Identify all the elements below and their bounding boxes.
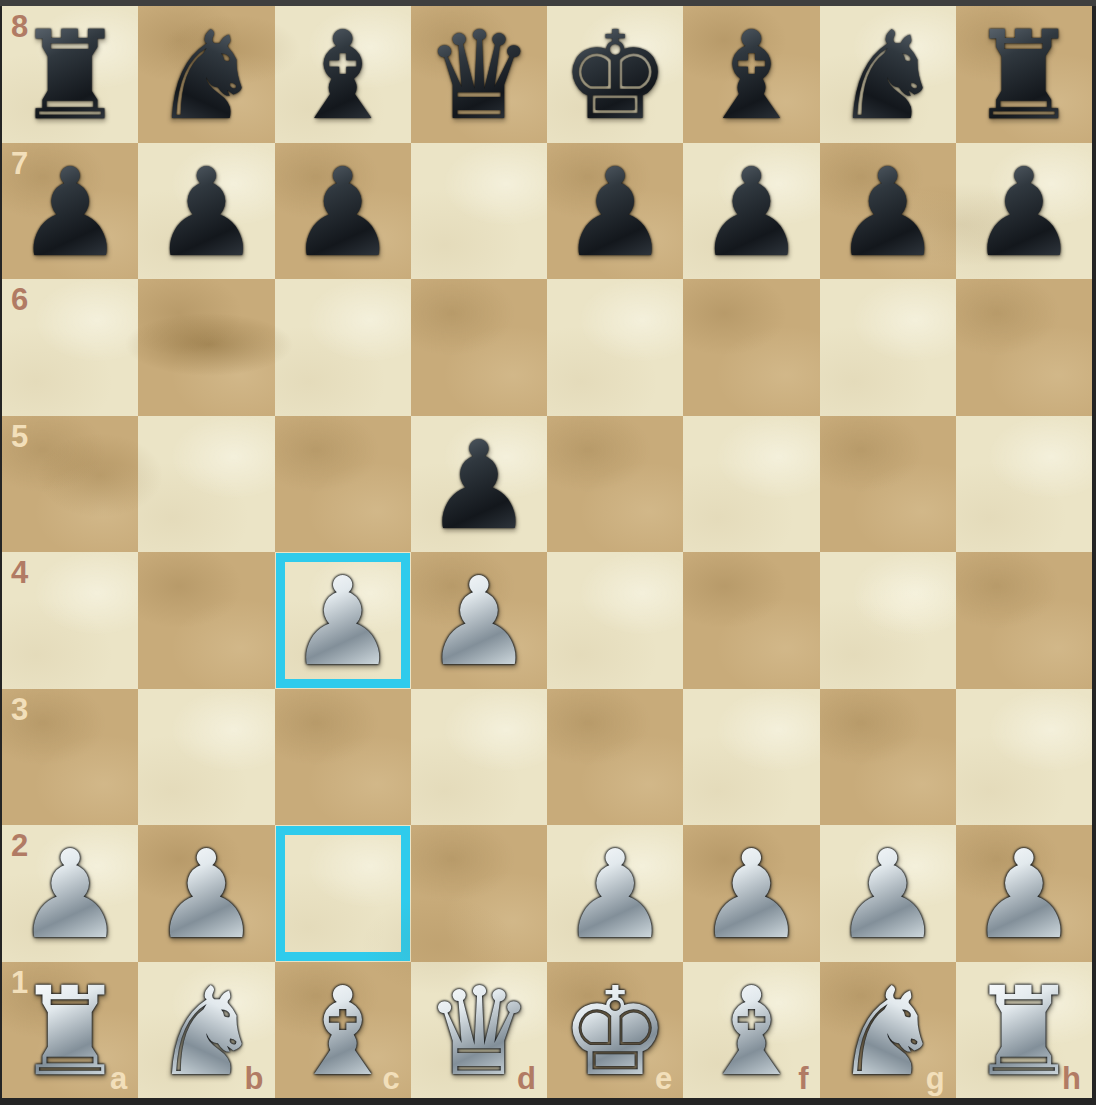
square-b1[interactable]: b♞: [138, 962, 274, 1099]
square-f7[interactable]: ♟: [683, 143, 819, 280]
square-f2[interactable]: ♟: [683, 825, 819, 962]
square-e1[interactable]: e♚: [547, 962, 683, 1099]
piece-black-pawn[interactable]: ♟: [152, 152, 261, 274]
square-b8[interactable]: ♞: [138, 6, 274, 143]
square-c5[interactable]: [275, 416, 411, 553]
square-b4[interactable]: [138, 552, 274, 689]
piece-white-pawn[interactable]: ♟: [424, 561, 533, 683]
square-b3[interactable]: [138, 689, 274, 826]
piece-black-rook[interactable]: ♜: [969, 15, 1078, 137]
piece-black-pawn[interactable]: ♟: [424, 425, 533, 547]
square-c8[interactable]: ♝: [275, 6, 411, 143]
piece-black-pawn[interactable]: ♟: [697, 152, 806, 274]
piece-white-pawn[interactable]: ♟: [969, 834, 1078, 956]
square-g3[interactable]: [820, 689, 956, 826]
square-d1[interactable]: d♛: [411, 962, 547, 1099]
square-d2[interactable]: [411, 825, 547, 962]
square-h2[interactable]: ♟: [956, 825, 1092, 962]
square-g2[interactable]: ♟: [820, 825, 956, 962]
square-a2[interactable]: 2♟: [2, 825, 138, 962]
square-h8[interactable]: ♜: [956, 6, 1092, 143]
piece-white-pawn[interactable]: ♟: [560, 834, 669, 956]
piece-white-bishop[interactable]: ♝: [697, 971, 806, 1093]
square-f8[interactable]: ♝: [683, 6, 819, 143]
square-a3[interactable]: 3: [2, 689, 138, 826]
piece-white-rook[interactable]: ♜: [969, 971, 1078, 1093]
piece-white-knight[interactable]: ♞: [152, 971, 261, 1093]
piece-white-king[interactable]: ♚: [560, 971, 669, 1093]
square-c1[interactable]: c♝: [275, 962, 411, 1099]
square-g5[interactable]: [820, 416, 956, 553]
rank-label-5: 5: [11, 419, 28, 455]
rank-label-3: 3: [11, 692, 28, 728]
square-b5[interactable]: [138, 416, 274, 553]
piece-white-pawn[interactable]: ♟: [697, 834, 806, 956]
piece-black-pawn[interactable]: ♟: [833, 152, 942, 274]
square-h1[interactable]: h♜: [956, 962, 1092, 1099]
piece-white-pawn[interactable]: ♟: [833, 834, 942, 956]
square-f4[interactable]: [683, 552, 819, 689]
piece-white-bishop[interactable]: ♝: [288, 971, 397, 1093]
piece-black-pawn[interactable]: ♟: [560, 152, 669, 274]
piece-black-queen[interactable]: ♛: [424, 15, 533, 137]
piece-white-pawn[interactable]: ♟: [15, 834, 124, 956]
square-h7[interactable]: ♟: [956, 143, 1092, 280]
square-f6[interactable]: [683, 279, 819, 416]
square-g8[interactable]: ♞: [820, 6, 956, 143]
square-a6[interactable]: 6: [2, 279, 138, 416]
piece-black-pawn[interactable]: ♟: [15, 152, 124, 274]
square-h4[interactable]: [956, 552, 1092, 689]
chess-app: 8♜♞♝♛♚♝♞♜7♟♟♟♟♟♟♟65♟4♟♟32♟♟♟♟♟♟1a♜b♞c♝d♛…: [0, 0, 1096, 1105]
piece-white-queen[interactable]: ♛: [424, 971, 533, 1093]
square-g4[interactable]: [820, 552, 956, 689]
piece-black-knight[interactable]: ♞: [833, 15, 942, 137]
piece-black-king[interactable]: ♚: [560, 15, 669, 137]
square-d6[interactable]: [411, 279, 547, 416]
square-f3[interactable]: [683, 689, 819, 826]
chess-board: 8♜♞♝♛♚♝♞♜7♟♟♟♟♟♟♟65♟4♟♟32♟♟♟♟♟♟1a♜b♞c♝d♛…: [2, 6, 1092, 1098]
square-e6[interactable]: [547, 279, 683, 416]
piece-black-rook[interactable]: ♜: [15, 15, 124, 137]
piece-white-knight[interactable]: ♞: [833, 971, 942, 1093]
square-c2[interactable]: [275, 825, 411, 962]
square-a5[interactable]: 5: [2, 416, 138, 553]
square-d8[interactable]: ♛: [411, 6, 547, 143]
square-e2[interactable]: ♟: [547, 825, 683, 962]
piece-black-bishop[interactable]: ♝: [288, 15, 397, 137]
square-g1[interactable]: g♞: [820, 962, 956, 1099]
square-d7[interactable]: [411, 143, 547, 280]
square-d3[interactable]: [411, 689, 547, 826]
piece-white-pawn[interactable]: ♟: [152, 834, 261, 956]
square-h3[interactable]: [956, 689, 1092, 826]
square-h5[interactable]: [956, 416, 1092, 553]
square-e5[interactable]: [547, 416, 683, 553]
piece-white-rook[interactable]: ♜: [15, 971, 124, 1093]
square-f1[interactable]: f♝: [683, 962, 819, 1099]
rank-label-6: 6: [11, 282, 28, 318]
square-b7[interactable]: ♟: [138, 143, 274, 280]
square-a1[interactable]: 1a♜: [2, 962, 138, 1099]
piece-black-bishop[interactable]: ♝: [697, 15, 806, 137]
square-c3[interactable]: [275, 689, 411, 826]
square-c4[interactable]: ♟: [275, 552, 411, 689]
square-e4[interactable]: [547, 552, 683, 689]
rank-label-4: 4: [11, 555, 28, 591]
piece-black-pawn[interactable]: ♟: [288, 152, 397, 274]
square-e7[interactable]: ♟: [547, 143, 683, 280]
square-d5[interactable]: ♟: [411, 416, 547, 553]
piece-white-pawn[interactable]: ♟: [288, 561, 397, 683]
square-c7[interactable]: ♟: [275, 143, 411, 280]
square-c6[interactable]: [275, 279, 411, 416]
square-h6[interactable]: [956, 279, 1092, 416]
square-e3[interactable]: [547, 689, 683, 826]
square-e8[interactable]: ♚: [547, 6, 683, 143]
square-a4[interactable]: 4: [2, 552, 138, 689]
square-f5[interactable]: [683, 416, 819, 553]
piece-black-pawn[interactable]: ♟: [969, 152, 1078, 274]
square-g6[interactable]: [820, 279, 956, 416]
square-d4[interactable]: ♟: [411, 552, 547, 689]
square-b6[interactable]: [138, 279, 274, 416]
square-a7[interactable]: 7♟: [2, 143, 138, 280]
square-a8[interactable]: 8♜: [2, 6, 138, 143]
square-g7[interactable]: ♟: [820, 143, 956, 280]
square-b2[interactable]: ♟: [138, 825, 274, 962]
piece-black-knight[interactable]: ♞: [152, 15, 261, 137]
